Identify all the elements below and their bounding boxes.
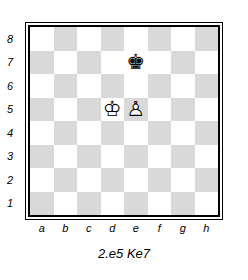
square-f7[interactable] [148,51,172,75]
rank-label-6: 6 [0,74,20,98]
square-b6[interactable] [54,74,78,98]
square-e2[interactable] [124,168,148,192]
square-c1[interactable] [77,192,101,216]
square-f8[interactable] [148,27,172,51]
square-h5[interactable] [195,98,219,122]
square-b4[interactable] [54,121,78,145]
square-c6[interactable] [77,74,101,98]
rank-label-3: 3 [0,145,20,169]
square-d8[interactable] [101,27,125,51]
square-d2[interactable] [101,168,125,192]
square-e5[interactable]: ♟♙ [124,98,148,122]
square-b8[interactable] [54,27,78,51]
square-d4[interactable] [101,121,125,145]
rank-labels: 87654321 [0,27,20,215]
square-d6[interactable] [101,74,125,98]
square-f6[interactable] [148,74,172,98]
move-caption: 2.e5 Ke7 [25,246,223,261]
square-f5[interactable] [148,98,172,122]
file-label-h: h [195,222,219,234]
square-h6[interactable] [195,74,219,98]
file-label-c: c [77,222,101,234]
square-a4[interactable] [30,121,54,145]
square-b5[interactable] [54,98,78,122]
file-label-b: b [54,222,78,234]
square-h7[interactable] [195,51,219,75]
square-g6[interactable] [171,74,195,98]
file-label-d: d [101,222,125,234]
square-a8[interactable] [30,27,54,51]
square-h2[interactable] [195,168,219,192]
board-frame: ♚♚♔♟♙ [25,22,223,220]
chess-diagram: 87654321 ♚♚♔♟♙ abcdefgh 2.e5 Ke7 [0,0,248,280]
square-e6[interactable] [124,74,148,98]
square-e3[interactable] [124,145,148,169]
white-pawn-piece: ♟♙ [126,99,145,120]
square-f1[interactable] [148,192,172,216]
square-b2[interactable] [54,168,78,192]
rank-label-4: 4 [0,121,20,145]
square-c4[interactable] [77,121,101,145]
square-f4[interactable] [148,121,172,145]
square-a2[interactable] [30,168,54,192]
square-d7[interactable] [101,51,125,75]
square-a1[interactable] [30,192,54,216]
chess-board: ♚♚♔♟♙ [30,27,218,215]
file-label-e: e [124,222,148,234]
rank-label-2: 2 [0,168,20,192]
rank-label-5: 5 [0,98,20,122]
square-h3[interactable] [195,145,219,169]
white-king-piece: ♚♔ [103,99,122,120]
square-e7[interactable]: ♚ [124,51,148,75]
square-c8[interactable] [77,27,101,51]
square-a7[interactable] [30,51,54,75]
square-h8[interactable] [195,27,219,51]
square-a6[interactable] [30,74,54,98]
square-g4[interactable] [171,121,195,145]
square-h4[interactable] [195,121,219,145]
square-e1[interactable] [124,192,148,216]
square-b7[interactable] [54,51,78,75]
square-a5[interactable] [30,98,54,122]
rank-label-1: 1 [0,192,20,216]
square-d3[interactable] [101,145,125,169]
square-e8[interactable] [124,27,148,51]
square-a3[interactable] [30,145,54,169]
square-c2[interactable] [77,168,101,192]
square-d1[interactable] [101,192,125,216]
square-f2[interactable] [148,168,172,192]
square-c5[interactable] [77,98,101,122]
file-label-a: a [30,222,54,234]
square-b1[interactable] [54,192,78,216]
file-label-g: g [171,222,195,234]
square-b3[interactable] [54,145,78,169]
square-g8[interactable] [171,27,195,51]
file-label-f: f [148,222,172,234]
square-g1[interactable] [171,192,195,216]
rank-label-7: 7 [0,51,20,75]
square-e4[interactable] [124,121,148,145]
square-c7[interactable] [77,51,101,75]
square-h1[interactable] [195,192,219,216]
square-g5[interactable] [171,98,195,122]
square-g3[interactable] [171,145,195,169]
rank-label-8: 8 [0,27,20,51]
square-f3[interactable] [148,145,172,169]
board-inner-border: ♚♚♔♟♙ [28,25,220,217]
square-d5[interactable]: ♚♔ [101,98,125,122]
black-king-piece: ♚ [126,52,145,73]
file-labels: abcdefgh [30,222,218,234]
square-g7[interactable] [171,51,195,75]
square-c3[interactable] [77,145,101,169]
square-g2[interactable] [171,168,195,192]
